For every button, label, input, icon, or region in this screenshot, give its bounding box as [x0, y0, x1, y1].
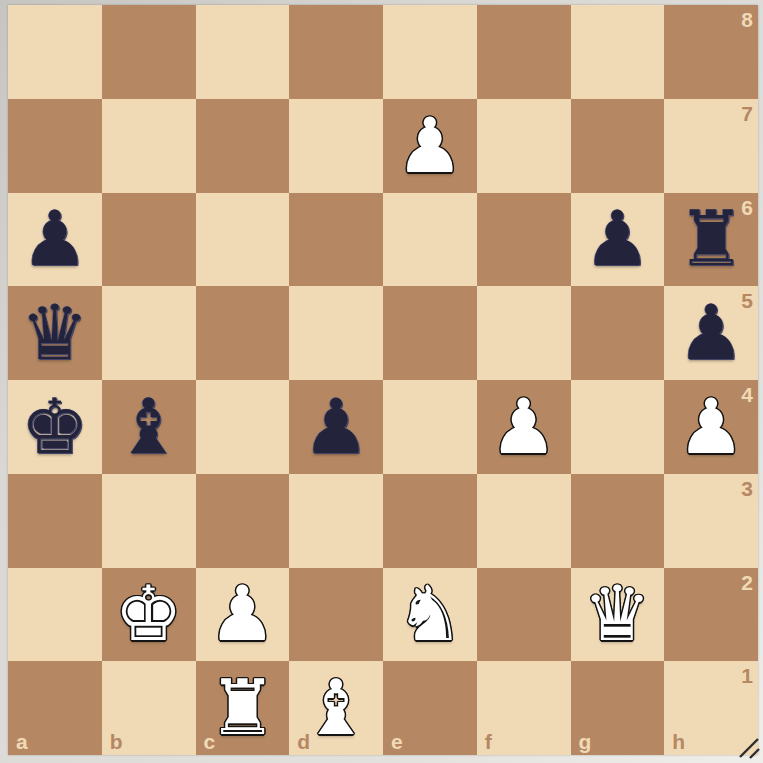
- square-d2[interactable]: [289, 568, 383, 662]
- piece-black-pawn[interactable]: ♟: [664, 286, 758, 380]
- file-label-f: f: [485, 731, 492, 752]
- piece-white-bishop[interactable]: ♝: [289, 661, 383, 755]
- file-label-h: h: [672, 731, 685, 752]
- piece-white-knight[interactable]: ♞: [383, 568, 477, 662]
- page-background: 8♟7♟♟6♜♛5♟♚♝♟♟4♟3♚♟♞♛2abc♜d♝efg1h: [0, 0, 763, 763]
- square-g5[interactable]: [571, 286, 665, 380]
- file-label-g: g: [579, 731, 592, 752]
- square-c6[interactable]: [196, 193, 290, 287]
- piece-black-pawn[interactable]: ♟: [8, 193, 102, 287]
- square-g3[interactable]: [571, 474, 665, 568]
- square-b5[interactable]: [102, 286, 196, 380]
- square-a6[interactable]: ♟: [8, 193, 102, 287]
- piece-white-pawn[interactable]: ♟: [196, 568, 290, 662]
- square-a4[interactable]: ♚: [8, 380, 102, 474]
- rank-label-8: 8: [741, 9, 753, 30]
- square-e4[interactable]: [383, 380, 477, 474]
- piece-white-queen[interactable]: ♛: [571, 568, 665, 662]
- square-f3[interactable]: [477, 474, 571, 568]
- square-b8[interactable]: [102, 5, 196, 99]
- square-h5[interactable]: 5♟: [664, 286, 758, 380]
- square-c4[interactable]: [196, 380, 290, 474]
- square-f1[interactable]: f: [477, 661, 571, 755]
- piece-white-pawn[interactable]: ♟: [477, 380, 571, 474]
- square-a3[interactable]: [8, 474, 102, 568]
- piece-white-king[interactable]: ♚: [102, 568, 196, 662]
- square-h3[interactable]: 3: [664, 474, 758, 568]
- square-f6[interactable]: [477, 193, 571, 287]
- square-d3[interactable]: [289, 474, 383, 568]
- piece-black-pawn[interactable]: ♟: [571, 193, 665, 287]
- square-e3[interactable]: [383, 474, 477, 568]
- square-a2[interactable]: [8, 568, 102, 662]
- square-f2[interactable]: [477, 568, 571, 662]
- square-b2[interactable]: ♚: [102, 568, 196, 662]
- resize-handle-icon[interactable]: [737, 736, 761, 760]
- square-g7[interactable]: [571, 99, 665, 193]
- square-c7[interactable]: [196, 99, 290, 193]
- square-e6[interactable]: [383, 193, 477, 287]
- piece-black-queen[interactable]: ♛: [8, 286, 102, 380]
- square-d8[interactable]: [289, 5, 383, 99]
- square-a1[interactable]: a: [8, 661, 102, 755]
- square-e7[interactable]: ♟: [383, 99, 477, 193]
- square-f4[interactable]: ♟: [477, 380, 571, 474]
- square-g2[interactable]: ♛: [571, 568, 665, 662]
- square-a7[interactable]: [8, 99, 102, 193]
- square-b1[interactable]: b: [102, 661, 196, 755]
- square-d7[interactable]: [289, 99, 383, 193]
- square-c5[interactable]: [196, 286, 290, 380]
- square-e1[interactable]: e: [383, 661, 477, 755]
- rank-label-1: 1: [741, 665, 753, 686]
- square-g4[interactable]: [571, 380, 665, 474]
- piece-white-pawn[interactable]: ♟: [383, 99, 477, 193]
- square-e8[interactable]: [383, 5, 477, 99]
- square-e2[interactable]: ♞: [383, 568, 477, 662]
- square-f8[interactable]: [477, 5, 571, 99]
- square-h4[interactable]: 4♟: [664, 380, 758, 474]
- square-g1[interactable]: g: [571, 661, 665, 755]
- square-g8[interactable]: [571, 5, 665, 99]
- file-label-e: e: [391, 731, 403, 752]
- file-label-b: b: [110, 731, 123, 752]
- square-d1[interactable]: d♝: [289, 661, 383, 755]
- rank-label-7: 7: [741, 103, 753, 124]
- piece-black-bishop[interactable]: ♝: [102, 380, 196, 474]
- square-c2[interactable]: ♟: [196, 568, 290, 662]
- piece-white-pawn[interactable]: ♟: [664, 380, 758, 474]
- square-d5[interactable]: [289, 286, 383, 380]
- rank-label-2: 2: [741, 572, 753, 593]
- square-h8[interactable]: 8: [664, 5, 758, 99]
- square-f7[interactable]: [477, 99, 571, 193]
- square-f5[interactable]: [477, 286, 571, 380]
- piece-black-king[interactable]: ♚: [8, 380, 102, 474]
- square-h7[interactable]: 7: [664, 99, 758, 193]
- square-a5[interactable]: ♛: [8, 286, 102, 380]
- square-c3[interactable]: [196, 474, 290, 568]
- square-b6[interactable]: [102, 193, 196, 287]
- square-c1[interactable]: c♜: [196, 661, 290, 755]
- piece-black-rook[interactable]: ♜: [664, 193, 758, 287]
- square-d6[interactable]: [289, 193, 383, 287]
- rank-label-3: 3: [741, 478, 753, 499]
- square-e5[interactable]: [383, 286, 477, 380]
- square-b4[interactable]: ♝: [102, 380, 196, 474]
- square-d4[interactable]: ♟: [289, 380, 383, 474]
- square-g6[interactable]: ♟: [571, 193, 665, 287]
- piece-white-rook[interactable]: ♜: [196, 661, 290, 755]
- square-a8[interactable]: [8, 5, 102, 99]
- file-label-a: a: [16, 731, 28, 752]
- chess-board[interactable]: 8♟7♟♟6♜♛5♟♚♝♟♟4♟3♚♟♞♛2abc♜d♝efg1h: [8, 5, 758, 755]
- square-c8[interactable]: [196, 5, 290, 99]
- square-h2[interactable]: 2: [664, 568, 758, 662]
- square-b3[interactable]: [102, 474, 196, 568]
- square-b7[interactable]: [102, 99, 196, 193]
- square-h6[interactable]: 6♜: [664, 193, 758, 287]
- piece-black-pawn[interactable]: ♟: [289, 380, 383, 474]
